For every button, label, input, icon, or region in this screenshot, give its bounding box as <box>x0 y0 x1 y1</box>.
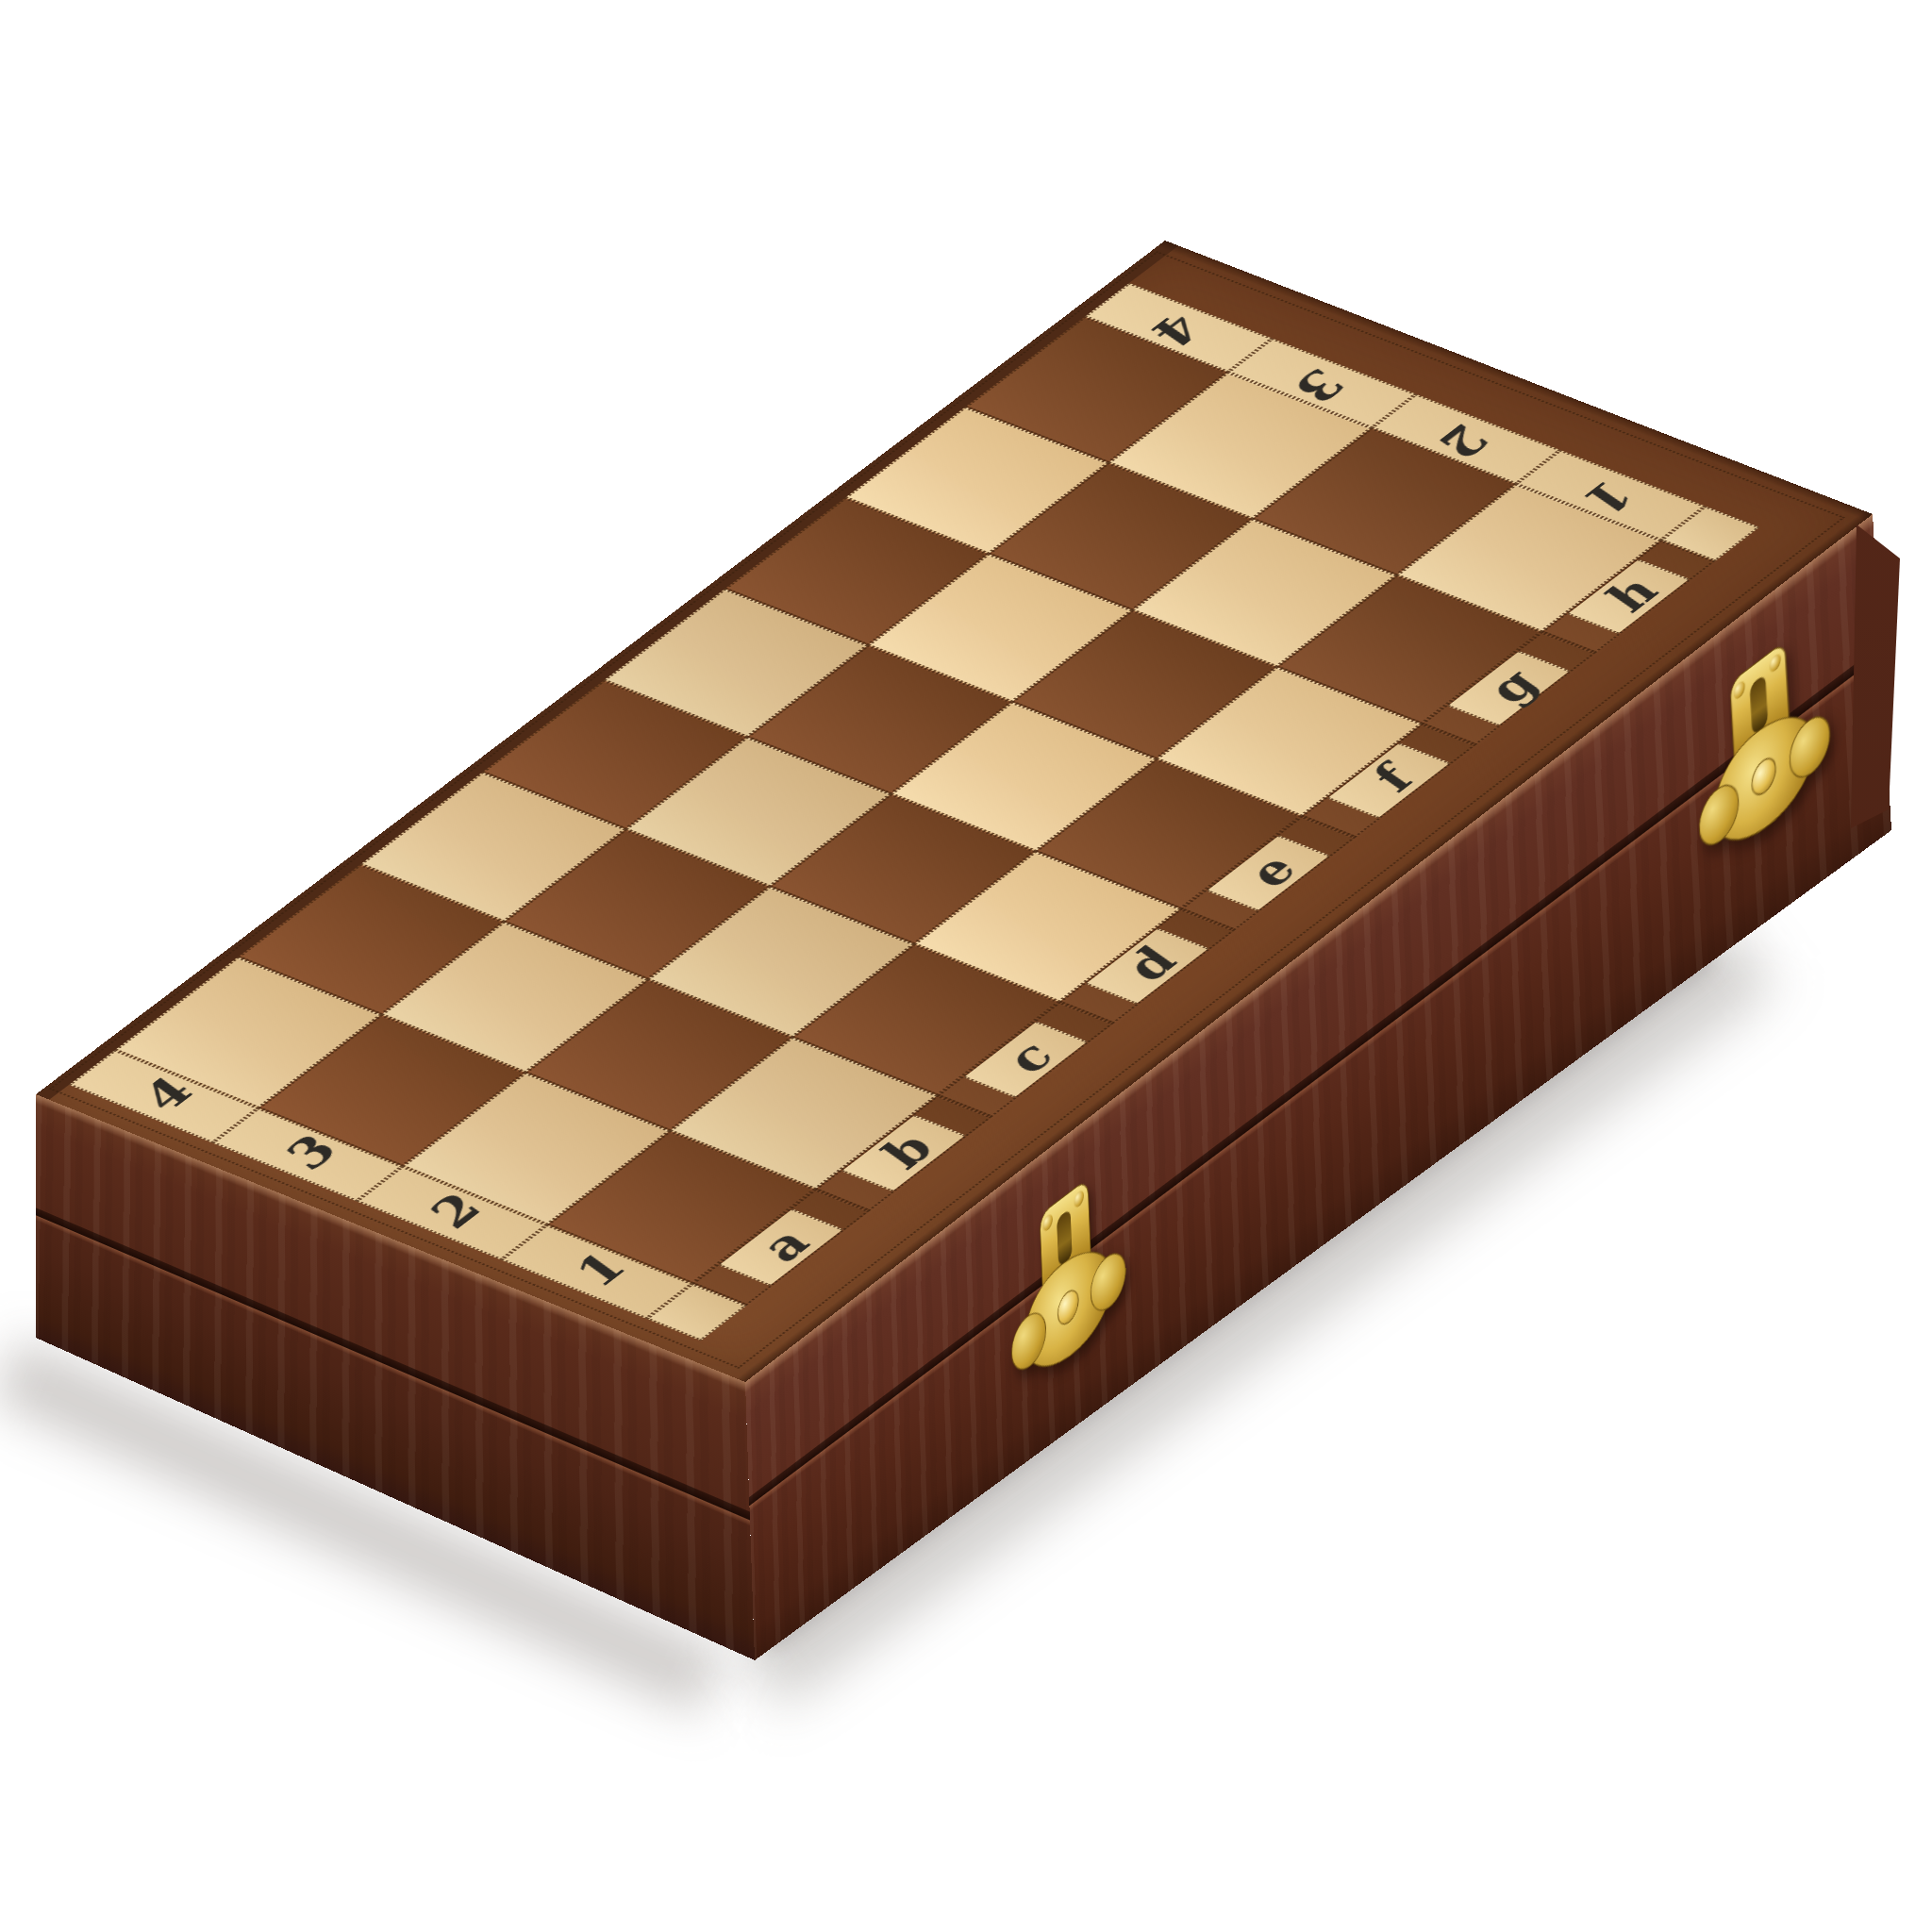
product-photo-scene: 4321 4321 abcdefgh <box>0 0 1932 1932</box>
